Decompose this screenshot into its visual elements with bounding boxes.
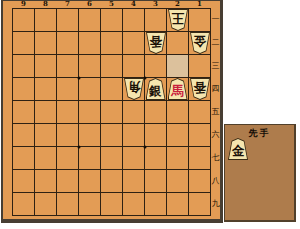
file-label-1: 1: [197, 0, 202, 8]
board-cell-4-1[interactable]: [123, 9, 144, 31]
board-cell-8-2[interactable]: [35, 32, 56, 54]
board-inner: 987654321一二三四五六七八九 王香金角銀馬香: [3, 1, 220, 219]
board-cell-2-2[interactable]: [167, 32, 188, 54]
board-grid: [12, 8, 211, 216]
piece-hand-gold[interactable]: 金: [228, 138, 248, 160]
board-cell-7-3[interactable]: [57, 55, 78, 77]
board-cell-1-9[interactable]: [189, 193, 210, 215]
board-cell-9-5[interactable]: [13, 101, 34, 123]
piece-kanji: 馬: [168, 84, 188, 98]
rank-label-4: 四: [212, 85, 220, 93]
board-cell-2-9[interactable]: [167, 193, 188, 215]
board-cell-3-7[interactable]: [145, 147, 166, 169]
board-cell-1-7[interactable]: [189, 147, 210, 169]
board-cell-9-9[interactable]: [13, 193, 34, 215]
board-cell-3-8[interactable]: [145, 170, 166, 192]
board-cell-5-9[interactable]: [101, 193, 122, 215]
shogi-board: 987654321一二三四五六七八九 王香金角銀馬香: [1, 0, 223, 223]
board-cell-4-8[interactable]: [123, 170, 144, 192]
board-cell-4-9[interactable]: [123, 193, 144, 215]
file-label-9: 9: [21, 0, 26, 8]
board-cell-9-1[interactable]: [13, 9, 34, 31]
board-cell-4-3[interactable]: [123, 55, 144, 77]
board-cell-4-5[interactable]: [123, 101, 144, 123]
board-cell-1-1[interactable]: [189, 9, 210, 31]
board-cell-8-1[interactable]: [35, 9, 56, 31]
board-cell-6-2[interactable]: [79, 32, 100, 54]
board-cell-7-7[interactable]: [57, 147, 78, 169]
board-cell-6-8[interactable]: [79, 170, 100, 192]
board-cell-6-3[interactable]: [79, 55, 100, 77]
board-cell-5-8[interactable]: [101, 170, 122, 192]
rank-label-7: 七: [212, 154, 220, 162]
board-cell-3-6[interactable]: [145, 124, 166, 146]
board-cell-5-6[interactable]: [101, 124, 122, 146]
shogi-diagram: 987654321一二三四五六七八九 王香金角銀馬香 先手 金: [0, 0, 300, 229]
board-cell-7-9[interactable]: [57, 193, 78, 215]
file-label-2: 2: [175, 0, 180, 8]
board-cell-8-8[interactable]: [35, 170, 56, 192]
rank-label-6: 六: [212, 131, 220, 139]
board-cell-highlighted-2-3[interactable]: [167, 55, 188, 77]
board-cell-3-3[interactable]: [145, 55, 166, 77]
file-label-8: 8: [43, 0, 48, 8]
board-cell-8-4[interactable]: [35, 78, 56, 100]
board-cell-1-8[interactable]: [189, 170, 210, 192]
file-label-5: 5: [109, 0, 114, 8]
board-cell-4-2[interactable]: [123, 32, 144, 54]
rank-label-8: 八: [212, 177, 220, 185]
board-cell-7-8[interactable]: [57, 170, 78, 192]
board-cell-2-7[interactable]: [167, 147, 188, 169]
rank-label-5: 五: [212, 108, 220, 116]
board-cell-7-4[interactable]: [57, 78, 78, 100]
file-label-4: 4: [131, 0, 136, 8]
board-cell-5-3[interactable]: [101, 55, 122, 77]
rank-label-1: 一: [212, 16, 220, 24]
board-cell-8-7[interactable]: [35, 147, 56, 169]
board-cell-2-6[interactable]: [167, 124, 188, 146]
board-cell-5-7[interactable]: [101, 147, 122, 169]
board-cell-6-6[interactable]: [79, 124, 100, 146]
board-cell-5-1[interactable]: [101, 9, 122, 31]
board-cell-3-1[interactable]: [145, 9, 166, 31]
board-cell-5-2[interactable]: [101, 32, 122, 54]
board-cell-1-3[interactable]: [189, 55, 210, 77]
board-cell-2-5[interactable]: [167, 101, 188, 123]
board-cell-2-8[interactable]: [167, 170, 188, 192]
file-label-3: 3: [153, 0, 158, 8]
board-cell-7-5[interactable]: [57, 101, 78, 123]
board-cell-6-4[interactable]: [79, 78, 100, 100]
board-cell-9-2[interactable]: [13, 32, 34, 54]
board-cell-7-6[interactable]: [57, 124, 78, 146]
board-cell-9-3[interactable]: [13, 55, 34, 77]
board-cell-6-1[interactable]: [79, 9, 100, 31]
board-cell-7-2[interactable]: [57, 32, 78, 54]
board-cell-9-7[interactable]: [13, 147, 34, 169]
board-cell-8-6[interactable]: [35, 124, 56, 146]
rank-label-3: 三: [212, 62, 220, 70]
piece-kanji: 金: [228, 144, 248, 158]
star-point: [77, 145, 80, 148]
board-cell-9-6[interactable]: [13, 124, 34, 146]
board-cell-5-4[interactable]: [101, 78, 122, 100]
rank-label-2: 二: [212, 39, 220, 47]
board-cell-6-5[interactable]: [79, 101, 100, 123]
board-cell-9-4[interactable]: [13, 78, 34, 100]
star-point: [143, 145, 146, 148]
board-cell-6-9[interactable]: [79, 193, 100, 215]
board-cell-3-5[interactable]: [145, 101, 166, 123]
board-cell-9-8[interactable]: [13, 170, 34, 192]
board-cell-8-3[interactable]: [35, 55, 56, 77]
rank-label-9: 九: [212, 200, 220, 208]
file-label-7: 7: [65, 0, 70, 8]
board-cell-7-1[interactable]: [57, 9, 78, 31]
board-cell-3-9[interactable]: [145, 193, 166, 215]
sente-hand-label: 先手: [225, 127, 294, 140]
file-label-6: 6: [87, 0, 92, 8]
board-cell-1-6[interactable]: [189, 124, 210, 146]
board-cell-4-7[interactable]: [123, 147, 144, 169]
board-cell-5-5[interactable]: [101, 101, 122, 123]
piece-kanji: 銀: [146, 84, 166, 98]
board-cell-6-7[interactable]: [79, 147, 100, 169]
sente-hand-panel: 先手 金: [224, 124, 296, 222]
board-cell-4-6[interactable]: [123, 124, 144, 146]
board-cell-8-9[interactable]: [35, 193, 56, 215]
board-cell-8-5[interactable]: [35, 101, 56, 123]
board-cell-1-5[interactable]: [189, 101, 210, 123]
star-point: [77, 76, 80, 79]
